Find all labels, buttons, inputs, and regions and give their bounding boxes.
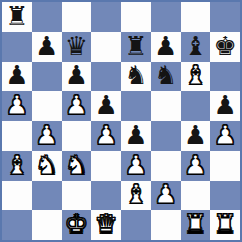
square-d3[interactable] — [91, 151, 121, 181]
black-rook[interactable]: ♜ — [5, 3, 28, 29]
square-e8[interactable] — [121, 2, 151, 32]
square-c8[interactable] — [62, 2, 92, 32]
black-pawn[interactable]: ♟ — [94, 92, 117, 118]
square-e4[interactable]: ♟ — [121, 121, 151, 151]
square-g4[interactable]: ♟ — [181, 121, 211, 151]
black-rook[interactable]: ♜ — [124, 33, 147, 59]
black-knight[interactable]: ♞ — [154, 62, 177, 88]
black-knight[interactable]: ♞ — [124, 62, 147, 88]
square-d2[interactable] — [91, 181, 121, 211]
square-e1[interactable] — [121, 210, 151, 240]
square-a5[interactable]: ♟ — [2, 91, 32, 121]
black-king[interactable]: ♚ — [213, 33, 236, 59]
square-c1[interactable]: ♚ — [62, 210, 92, 240]
square-g8[interactable] — [181, 2, 211, 32]
square-a7[interactable] — [2, 32, 32, 62]
square-e6[interactable]: ♞ — [121, 62, 151, 92]
white-pawn[interactable]: ♟ — [154, 181, 177, 207]
square-h3[interactable] — [210, 151, 240, 181]
square-b4[interactable]: ♟ — [32, 121, 62, 151]
square-h2[interactable] — [210, 181, 240, 211]
square-b3[interactable]: ♞ — [32, 151, 62, 181]
square-f1[interactable] — [151, 210, 181, 240]
square-e5[interactable] — [121, 91, 151, 121]
square-a8[interactable]: ♜ — [2, 2, 32, 32]
square-e2[interactable]: ♝ — [121, 181, 151, 211]
square-b5[interactable] — [32, 91, 62, 121]
white-rook[interactable]: ♜ — [213, 211, 236, 237]
square-a3[interactable]: ♝ — [2, 151, 32, 181]
black-pawn[interactable]: ♟ — [124, 122, 147, 148]
square-b7[interactable]: ♟ — [32, 32, 62, 62]
square-h8[interactable] — [210, 2, 240, 32]
white-bishop[interactable]: ♝ — [5, 152, 28, 178]
white-knight[interactable]: ♞ — [65, 152, 88, 178]
square-b6[interactable] — [32, 62, 62, 92]
square-g2[interactable] — [181, 181, 211, 211]
square-f3[interactable] — [151, 151, 181, 181]
square-h5[interactable]: ♟ — [210, 91, 240, 121]
white-pawn[interactable]: ♟ — [35, 122, 58, 148]
square-d5[interactable]: ♟ — [91, 91, 121, 121]
white-bishop[interactable]: ♝ — [124, 181, 147, 207]
square-h7[interactable]: ♚ — [210, 32, 240, 62]
black-pawn[interactable]: ♟ — [213, 92, 236, 118]
white-rook[interactable]: ♜ — [184, 211, 207, 237]
square-f8[interactable] — [151, 2, 181, 32]
square-h4[interactable]: ♟ — [210, 121, 240, 151]
square-b1[interactable] — [32, 210, 62, 240]
square-g1[interactable]: ♜ — [181, 210, 211, 240]
white-knight[interactable]: ♞ — [35, 152, 58, 178]
square-d8[interactable] — [91, 2, 121, 32]
white-king[interactable]: ♚ — [65, 211, 88, 237]
black-bishop[interactable]: ♝ — [184, 33, 207, 59]
square-d7[interactable] — [91, 32, 121, 62]
square-d1[interactable]: ♛ — [91, 210, 121, 240]
square-b2[interactable] — [32, 181, 62, 211]
white-bishop[interactable]: ♝ — [184, 62, 207, 88]
square-h1[interactable]: ♜ — [210, 210, 240, 240]
square-f5[interactable] — [151, 91, 181, 121]
square-h6[interactable] — [210, 62, 240, 92]
white-pawn[interactable]: ♟ — [124, 152, 147, 178]
square-f7[interactable]: ♟ — [151, 32, 181, 62]
square-g5[interactable] — [181, 91, 211, 121]
square-d4[interactable]: ♟ — [91, 121, 121, 151]
chess-board: ♜♟♛♜♟♝♚♟♟♞♞♝♟♟♟♟♟♟♟♟♟♝♞♞♟♟♝♟♚♛♜♜ — [0, 0, 242, 242]
square-f2[interactable]: ♟ — [151, 181, 181, 211]
square-a6[interactable]: ♟ — [2, 62, 32, 92]
white-pawn[interactable]: ♟ — [213, 122, 236, 148]
black-queen[interactable]: ♛ — [65, 33, 88, 59]
square-c3[interactable]: ♞ — [62, 151, 92, 181]
white-pawn[interactable]: ♟ — [94, 122, 117, 148]
white-pawn[interactable]: ♟ — [184, 152, 207, 178]
square-f6[interactable]: ♞ — [151, 62, 181, 92]
square-e7[interactable]: ♜ — [121, 32, 151, 62]
white-queen[interactable]: ♛ — [94, 211, 117, 237]
square-a2[interactable] — [2, 181, 32, 211]
square-c4[interactable] — [62, 121, 92, 151]
white-pawn[interactable]: ♟ — [65, 92, 88, 118]
square-e3[interactable]: ♟ — [121, 151, 151, 181]
square-b8[interactable] — [32, 2, 62, 32]
square-a1[interactable] — [2, 210, 32, 240]
black-pawn[interactable]: ♟ — [35, 33, 58, 59]
square-g6[interactable]: ♝ — [181, 62, 211, 92]
square-c2[interactable] — [62, 181, 92, 211]
square-g3[interactable]: ♟ — [181, 151, 211, 181]
square-c6[interactable]: ♟ — [62, 62, 92, 92]
square-d6[interactable] — [91, 62, 121, 92]
square-a4[interactable] — [2, 121, 32, 151]
square-f4[interactable] — [151, 121, 181, 151]
black-pawn[interactable]: ♟ — [154, 33, 177, 59]
square-c5[interactable]: ♟ — [62, 91, 92, 121]
black-pawn[interactable]: ♟ — [184, 122, 207, 148]
black-pawn[interactable]: ♟ — [65, 62, 88, 88]
square-c7[interactable]: ♛ — [62, 32, 92, 62]
black-pawn[interactable]: ♟ — [5, 62, 28, 88]
white-pawn[interactable]: ♟ — [5, 92, 28, 118]
square-g7[interactable]: ♝ — [181, 32, 211, 62]
